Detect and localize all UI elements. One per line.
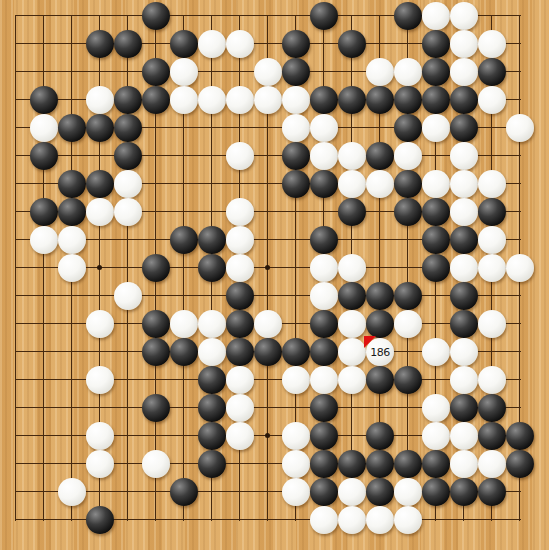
board-point[interactable] — [282, 86, 310, 114]
board-point[interactable] — [254, 450, 282, 478]
board-point[interactable] — [30, 478, 58, 506]
board-point[interactable] — [30, 142, 58, 170]
board-point[interactable] — [394, 114, 422, 142]
board-point[interactable] — [142, 478, 170, 506]
board-point[interactable] — [58, 366, 86, 394]
board-point[interactable] — [30, 58, 58, 86]
board-point[interactable] — [254, 394, 282, 422]
board-point[interactable] — [338, 394, 366, 422]
board-point[interactable] — [254, 58, 282, 86]
board-point[interactable] — [2, 86, 30, 114]
board-point[interactable] — [506, 366, 534, 394]
board-point[interactable] — [30, 282, 58, 310]
board-point[interactable] — [366, 114, 394, 142]
board-point[interactable] — [394, 394, 422, 422]
board-point[interactable] — [282, 30, 310, 58]
board-point[interactable] — [58, 310, 86, 338]
board-point[interactable] — [58, 422, 86, 450]
board-point[interactable] — [422, 30, 450, 58]
board-point[interactable] — [450, 394, 478, 422]
board-point[interactable] — [142, 310, 170, 338]
board-point[interactable] — [366, 282, 394, 310]
board-point[interactable] — [478, 366, 506, 394]
board-point[interactable] — [2, 338, 30, 366]
board-point[interactable] — [114, 338, 142, 366]
board-point[interactable] — [310, 142, 338, 170]
board-point[interactable] — [170, 254, 198, 282]
board-point[interactable] — [114, 506, 142, 534]
board-point[interactable] — [170, 30, 198, 58]
board-point[interactable] — [366, 86, 394, 114]
board-point[interactable] — [226, 282, 254, 310]
board-point[interactable] — [394, 478, 422, 506]
board-point[interactable] — [142, 58, 170, 86]
board-point[interactable] — [58, 226, 86, 254]
board-point[interactable] — [142, 366, 170, 394]
board-point[interactable] — [58, 142, 86, 170]
board-point[interactable] — [2, 282, 30, 310]
board-point[interactable] — [422, 394, 450, 422]
board-point[interactable] — [506, 422, 534, 450]
board-point[interactable] — [114, 58, 142, 86]
board-point[interactable] — [170, 58, 198, 86]
board-point[interactable] — [506, 226, 534, 254]
board-point[interactable] — [86, 282, 114, 310]
board-point[interactable] — [198, 198, 226, 226]
board-point[interactable] — [114, 310, 142, 338]
board-point[interactable] — [170, 198, 198, 226]
board-point[interactable] — [506, 338, 534, 366]
board-point[interactable] — [226, 506, 254, 534]
board-point[interactable] — [58, 170, 86, 198]
board-point[interactable] — [86, 86, 114, 114]
board-point[interactable] — [254, 86, 282, 114]
board-point[interactable] — [506, 58, 534, 86]
board-point[interactable] — [114, 114, 142, 142]
board-point[interactable] — [310, 310, 338, 338]
board-point[interactable] — [310, 86, 338, 114]
board-point[interactable] — [310, 450, 338, 478]
board-point[interactable] — [366, 2, 394, 30]
board-point[interactable] — [198, 282, 226, 310]
board-point[interactable] — [198, 86, 226, 114]
board-point[interactable] — [450, 422, 478, 450]
board-point[interactable] — [394, 506, 422, 534]
board-point[interactable] — [86, 58, 114, 86]
board-point[interactable] — [142, 2, 170, 30]
board-point[interactable] — [198, 478, 226, 506]
board-point[interactable] — [394, 422, 422, 450]
board-point[interactable] — [58, 282, 86, 310]
board-point[interactable] — [338, 282, 366, 310]
board-point[interactable] — [310, 338, 338, 366]
board-point[interactable] — [30, 450, 58, 478]
board-point[interactable] — [2, 226, 30, 254]
board-point[interactable] — [254, 478, 282, 506]
board-point[interactable] — [226, 338, 254, 366]
board-point[interactable] — [506, 198, 534, 226]
board-point[interactable] — [450, 2, 478, 30]
board-point[interactable] — [198, 394, 226, 422]
board-point[interactable] — [394, 58, 422, 86]
board-point[interactable] — [366, 366, 394, 394]
board-point[interactable] — [254, 282, 282, 310]
board-point[interactable] — [170, 394, 198, 422]
board-point[interactable] — [282, 366, 310, 394]
board-point[interactable] — [114, 86, 142, 114]
board-point[interactable] — [450, 198, 478, 226]
board-point[interactable] — [366, 450, 394, 478]
board-point[interactable] — [58, 478, 86, 506]
board-point[interactable] — [142, 422, 170, 450]
board-point[interactable] — [310, 226, 338, 254]
board-point[interactable] — [450, 86, 478, 114]
board-point[interactable] — [198, 310, 226, 338]
board-point[interactable] — [58, 450, 86, 478]
board-point[interactable] — [338, 506, 366, 534]
board-point[interactable] — [30, 338, 58, 366]
board-point[interactable] — [282, 226, 310, 254]
board-point[interactable] — [86, 450, 114, 478]
board-point[interactable] — [86, 142, 114, 170]
board-point[interactable] — [478, 86, 506, 114]
board-point[interactable] — [142, 226, 170, 254]
board-point[interactable] — [198, 170, 226, 198]
board-point[interactable] — [30, 254, 58, 282]
board-point[interactable] — [254, 198, 282, 226]
board-point[interactable] — [282, 254, 310, 282]
board-point[interactable] — [450, 338, 478, 366]
board-point[interactable] — [310, 282, 338, 310]
board-point[interactable] — [282, 478, 310, 506]
board-point[interactable] — [282, 170, 310, 198]
board-point[interactable] — [450, 170, 478, 198]
board-point[interactable] — [310, 114, 338, 142]
board-point[interactable] — [30, 226, 58, 254]
board-point[interactable] — [394, 30, 422, 58]
board-point[interactable] — [58, 394, 86, 422]
board-point[interactable] — [170, 338, 198, 366]
board-point[interactable] — [58, 2, 86, 30]
board-point[interactable] — [226, 478, 254, 506]
board-point[interactable] — [338, 366, 366, 394]
board-point[interactable] — [478, 394, 506, 422]
board-point[interactable] — [86, 254, 114, 282]
board-point[interactable] — [366, 170, 394, 198]
board-point[interactable] — [422, 478, 450, 506]
board-point[interactable] — [86, 310, 114, 338]
board-point[interactable] — [366, 226, 394, 254]
board-point[interactable] — [422, 450, 450, 478]
board-point[interactable] — [450, 254, 478, 282]
board-point[interactable] — [170, 142, 198, 170]
board-point[interactable] — [506, 478, 534, 506]
board-point[interactable] — [282, 58, 310, 86]
board-point[interactable] — [30, 86, 58, 114]
board-point[interactable] — [254, 2, 282, 30]
board-point[interactable] — [310, 254, 338, 282]
board-point[interactable] — [114, 450, 142, 478]
board-point[interactable] — [338, 30, 366, 58]
board-point[interactable] — [478, 114, 506, 142]
board-point[interactable] — [450, 226, 478, 254]
board-point[interactable] — [422, 58, 450, 86]
board-point[interactable] — [506, 310, 534, 338]
board-point[interactable] — [282, 114, 310, 142]
board-point[interactable] — [506, 30, 534, 58]
board-point[interactable] — [506, 506, 534, 534]
board-point[interactable] — [478, 170, 506, 198]
board-point[interactable] — [198, 2, 226, 30]
board-point[interactable] — [282, 2, 310, 30]
board-point[interactable] — [2, 58, 30, 86]
board-point[interactable] — [114, 142, 142, 170]
board-point[interactable] — [450, 30, 478, 58]
board-point[interactable] — [198, 30, 226, 58]
board-point[interactable] — [30, 198, 58, 226]
board-point[interactable] — [478, 254, 506, 282]
board-point[interactable] — [114, 422, 142, 450]
board-point[interactable] — [366, 142, 394, 170]
board-point[interactable] — [394, 338, 422, 366]
board-point[interactable] — [478, 478, 506, 506]
board-point[interactable] — [506, 450, 534, 478]
board-point[interactable] — [282, 394, 310, 422]
board-point[interactable] — [310, 58, 338, 86]
board-point[interactable] — [226, 142, 254, 170]
board-point[interactable] — [114, 394, 142, 422]
board-point[interactable] — [170, 170, 198, 198]
board-point[interactable] — [142, 254, 170, 282]
board-point[interactable] — [506, 2, 534, 30]
board-point[interactable] — [422, 226, 450, 254]
board-point[interactable] — [422, 422, 450, 450]
board-point[interactable] — [338, 58, 366, 86]
board-point[interactable] — [142, 338, 170, 366]
board-point[interactable] — [338, 170, 366, 198]
board-point[interactable] — [114, 254, 142, 282]
board-point[interactable] — [170, 114, 198, 142]
board-point[interactable] — [226, 30, 254, 58]
board-point[interactable] — [366, 422, 394, 450]
board-point[interactable] — [2, 450, 30, 478]
board-point[interactable] — [478, 422, 506, 450]
board-point[interactable] — [226, 394, 254, 422]
board-point[interactable] — [114, 2, 142, 30]
board-point[interactable] — [226, 170, 254, 198]
board-point[interactable] — [2, 478, 30, 506]
board-point[interactable] — [310, 2, 338, 30]
board-point[interactable] — [282, 338, 310, 366]
board-point[interactable] — [282, 142, 310, 170]
board-point[interactable] — [366, 506, 394, 534]
board-point[interactable] — [198, 450, 226, 478]
board-point[interactable] — [422, 114, 450, 142]
board-point[interactable] — [478, 142, 506, 170]
board-point[interactable] — [282, 422, 310, 450]
board-point[interactable] — [86, 2, 114, 30]
board-point[interactable] — [2, 310, 30, 338]
board-point[interactable] — [366, 58, 394, 86]
board-point[interactable] — [114, 366, 142, 394]
board-point[interactable] — [2, 394, 30, 422]
board-point[interactable] — [170, 506, 198, 534]
board-point[interactable] — [394, 2, 422, 30]
board-point[interactable] — [338, 338, 366, 366]
board-point[interactable] — [394, 142, 422, 170]
board-point[interactable] — [310, 422, 338, 450]
board-point[interactable] — [198, 58, 226, 86]
board-point[interactable] — [338, 198, 366, 226]
board-point[interactable] — [2, 366, 30, 394]
board-point[interactable] — [170, 422, 198, 450]
board-point[interactable] — [310, 478, 338, 506]
board-point[interactable] — [254, 142, 282, 170]
board-point[interactable] — [506, 254, 534, 282]
board-point[interactable] — [338, 422, 366, 450]
board-point[interactable] — [226, 310, 254, 338]
board-point[interactable] — [86, 478, 114, 506]
board-point[interactable] — [394, 86, 422, 114]
board-point[interactable] — [2, 2, 30, 30]
board-point[interactable] — [86, 170, 114, 198]
board-point[interactable] — [142, 450, 170, 478]
board-point[interactable] — [394, 198, 422, 226]
board-point[interactable] — [198, 422, 226, 450]
board-point[interactable] — [478, 2, 506, 30]
board-point[interactable] — [86, 422, 114, 450]
board-point[interactable] — [58, 30, 86, 58]
board-point[interactable] — [226, 2, 254, 30]
board-point[interactable] — [506, 170, 534, 198]
board-point[interactable] — [478, 30, 506, 58]
board-point[interactable] — [338, 114, 366, 142]
board-point[interactable] — [2, 114, 30, 142]
board-point[interactable] — [366, 394, 394, 422]
board-point[interactable] — [86, 114, 114, 142]
board-point[interactable] — [310, 170, 338, 198]
board-point[interactable] — [478, 450, 506, 478]
board-point[interactable] — [86, 338, 114, 366]
board-point[interactable] — [254, 30, 282, 58]
board-point[interactable] — [86, 506, 114, 534]
board-point[interactable] — [394, 282, 422, 310]
board-point[interactable] — [422, 506, 450, 534]
board-point[interactable] — [226, 198, 254, 226]
board-point[interactable] — [422, 366, 450, 394]
board-point[interactable] — [114, 170, 142, 198]
board-point[interactable] — [58, 254, 86, 282]
board-point[interactable] — [506, 114, 534, 142]
board-point[interactable] — [254, 310, 282, 338]
board-point[interactable] — [422, 2, 450, 30]
board-point[interactable] — [58, 198, 86, 226]
board-point[interactable] — [198, 142, 226, 170]
board-point[interactable] — [338, 450, 366, 478]
board-point[interactable] — [282, 450, 310, 478]
board-point[interactable] — [170, 226, 198, 254]
board-point[interactable] — [198, 366, 226, 394]
board-point[interactable] — [198, 254, 226, 282]
board-point[interactable] — [58, 338, 86, 366]
board-point[interactable] — [394, 170, 422, 198]
board-point[interactable] — [254, 114, 282, 142]
board-point[interactable] — [450, 142, 478, 170]
board-point[interactable] — [114, 282, 142, 310]
board-point[interactable] — [450, 114, 478, 142]
board-point[interactable] — [422, 86, 450, 114]
board-point[interactable] — [2, 142, 30, 170]
board-point[interactable] — [338, 254, 366, 282]
board-point[interactable] — [226, 86, 254, 114]
board-point[interactable] — [282, 310, 310, 338]
board-point[interactable] — [450, 310, 478, 338]
board-point[interactable] — [86, 366, 114, 394]
board-point[interactable] — [142, 394, 170, 422]
board-point[interactable] — [142, 170, 170, 198]
board-point[interactable] — [450, 58, 478, 86]
board-point[interactable] — [58, 86, 86, 114]
board-point[interactable] — [58, 506, 86, 534]
board-point[interactable] — [422, 310, 450, 338]
board-point[interactable] — [198, 506, 226, 534]
board-point[interactable] — [226, 58, 254, 86]
board-point[interactable] — [170, 282, 198, 310]
board-point[interactable] — [30, 506, 58, 534]
board-point[interactable] — [450, 506, 478, 534]
board-point[interactable] — [394, 254, 422, 282]
board-point[interactable] — [478, 226, 506, 254]
board-point[interactable] — [2, 30, 30, 58]
board-point[interactable] — [254, 506, 282, 534]
board-point[interactable] — [226, 422, 254, 450]
board-point[interactable] — [338, 86, 366, 114]
board-point[interactable] — [2, 254, 30, 282]
board-point[interactable] — [310, 506, 338, 534]
board-point[interactable] — [86, 198, 114, 226]
board-point[interactable] — [506, 282, 534, 310]
board-point[interactable] — [254, 366, 282, 394]
board-point[interactable] — [170, 450, 198, 478]
board-point[interactable] — [30, 394, 58, 422]
board-point[interactable] — [422, 254, 450, 282]
board-point[interactable] — [86, 226, 114, 254]
board-point[interactable] — [30, 422, 58, 450]
board-point[interactable] — [226, 366, 254, 394]
board-point[interactable] — [310, 366, 338, 394]
board-point[interactable] — [226, 114, 254, 142]
board-point[interactable] — [506, 86, 534, 114]
board-point[interactable] — [338, 2, 366, 30]
board-point[interactable] — [170, 86, 198, 114]
board-point[interactable] — [478, 310, 506, 338]
board-point[interactable] — [86, 394, 114, 422]
board-point[interactable] — [198, 114, 226, 142]
board-point[interactable] — [58, 58, 86, 86]
board-point[interactable] — [422, 338, 450, 366]
board-point[interactable] — [170, 478, 198, 506]
board-point[interactable] — [394, 450, 422, 478]
board-point[interactable] — [422, 170, 450, 198]
board-point[interactable] — [310, 30, 338, 58]
board-point[interactable] — [86, 30, 114, 58]
board-point[interactable] — [114, 198, 142, 226]
board-point[interactable] — [338, 226, 366, 254]
board-point[interactable] — [478, 282, 506, 310]
board-point[interactable] — [478, 338, 506, 366]
board-point[interactable] — [282, 506, 310, 534]
board-point[interactable] — [142, 506, 170, 534]
